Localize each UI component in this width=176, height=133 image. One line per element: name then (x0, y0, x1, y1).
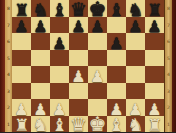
square-e4[interactable]: ♟ (88, 66, 107, 83)
square-b4[interactable] (31, 66, 50, 83)
square-f1[interactable]: ♝ (107, 116, 126, 133)
square-e3[interactable] (88, 83, 107, 100)
square-d5[interactable] (69, 50, 88, 67)
white-rook[interactable]: ♜ (14, 117, 29, 132)
white-bishop[interactable]: ♝ (51, 116, 67, 132)
square-g5[interactable] (126, 50, 145, 67)
square-h8[interactable]: ♜ (145, 0, 164, 17)
square-b5[interactable] (31, 50, 50, 67)
square-d6[interactable] (69, 33, 88, 50)
square-g8[interactable]: ♞ (126, 0, 145, 17)
square-c5[interactable] (50, 50, 69, 67)
square-g6[interactable] (126, 33, 145, 50)
rank-label-right-6: 6 (166, 35, 171, 47)
white-knight[interactable]: ♞ (127, 116, 143, 132)
square-h6[interactable] (145, 33, 164, 50)
rank-label-left-1: 1 (6, 118, 11, 130)
white-queen[interactable]: ♛ (70, 115, 87, 132)
square-h7[interactable]: ♟ (145, 17, 164, 34)
rank-label-right-4: 4 (166, 68, 171, 80)
square-c3[interactable] (50, 83, 69, 100)
rank-label-left-4: 4 (6, 68, 11, 80)
square-e6[interactable] (88, 33, 107, 50)
rank-label-right-1: 1 (166, 118, 171, 130)
square-h5[interactable] (145, 50, 164, 67)
square-h3[interactable] (145, 83, 164, 100)
white-bishop[interactable]: ♝ (108, 116, 124, 132)
square-d7[interactable]: ♟ (69, 17, 88, 34)
rank-label-left-3: 3 (6, 85, 11, 97)
square-d1[interactable]: ♛ (69, 116, 88, 133)
square-c6[interactable]: ♟ (50, 33, 69, 50)
rank-label-left-8: 8 (6, 2, 11, 14)
square-b1[interactable]: ♞ (31, 116, 50, 133)
square-a8[interactable]: ♜ (12, 0, 31, 17)
white-king[interactable]: ♚ (89, 114, 107, 132)
square-e8[interactable]: ♚ (88, 0, 107, 17)
square-d4[interactable]: ♟ (69, 66, 88, 83)
square-e7[interactable]: ♟ (88, 17, 107, 34)
square-c4[interactable] (50, 66, 69, 83)
square-d3[interactable] (69, 83, 88, 100)
rank-label-right-5: 5 (166, 52, 171, 64)
white-rook[interactable]: ♜ (147, 117, 162, 132)
square-f6[interactable]: ♟ (107, 33, 126, 50)
square-f3[interactable] (107, 83, 126, 100)
square-e5[interactable] (88, 50, 107, 67)
rank-label-right-3: 3 (166, 85, 171, 97)
square-h4[interactable] (145, 66, 164, 83)
square-g4[interactable] (126, 66, 145, 83)
rank-label-left-2: 2 (6, 101, 11, 113)
square-a2[interactable]: ♟ (12, 99, 31, 116)
rank-label-left-5: 5 (6, 52, 11, 64)
white-knight[interactable]: ♞ (32, 116, 48, 132)
square-h1[interactable]: ♜ (145, 116, 164, 133)
board-frame-right-rank-labels: 87654321 (164, 0, 172, 132)
square-b3[interactable] (31, 83, 50, 100)
chess-board: ♜♞♝♛♚♝♞♜♟♟♟♟♟♟♟♟♟♟♟♟♟♟♟♟♜♞♝♛♚♝♞♜ (12, 0, 164, 132)
square-a4[interactable] (12, 66, 31, 83)
square-c7[interactable] (50, 17, 69, 34)
square-c8[interactable]: ♝ (50, 0, 69, 17)
square-d8[interactable]: ♛ (69, 0, 88, 17)
square-f7[interactable] (107, 17, 126, 34)
rank-label-left-6: 6 (6, 35, 11, 47)
rank-label-right-7: 7 (166, 19, 171, 31)
square-a1[interactable]: ♜ (12, 116, 31, 133)
square-b6[interactable] (31, 33, 50, 50)
square-f8[interactable]: ♝ (107, 0, 126, 17)
square-f4[interactable] (107, 66, 126, 83)
rank-label-left-7: 7 (6, 19, 11, 31)
square-h2[interactable]: ♟ (145, 99, 164, 116)
square-g1[interactable]: ♞ (126, 116, 145, 133)
square-g7[interactable]: ♟ (126, 17, 145, 34)
square-b8[interactable]: ♞ (31, 0, 50, 17)
square-a5[interactable] (12, 50, 31, 67)
square-a6[interactable] (12, 33, 31, 50)
rank-label-right-2: 2 (166, 101, 171, 113)
square-b7[interactable]: ♟ (31, 17, 50, 34)
square-g3[interactable] (126, 83, 145, 100)
square-a7[interactable]: ♟ (12, 17, 31, 34)
rank-label-right-8: 8 (166, 2, 171, 14)
chess-app-screen: 87654321 87654321 ♜♞♝♛♚♝♞♜♟♟♟♟♟♟♟♟♟♟♟♟♟♟… (0, 0, 176, 132)
square-a3[interactable] (12, 83, 31, 100)
square-f5[interactable] (107, 50, 126, 67)
square-e1[interactable]: ♚ (88, 116, 107, 133)
square-c1[interactable]: ♝ (50, 116, 69, 133)
